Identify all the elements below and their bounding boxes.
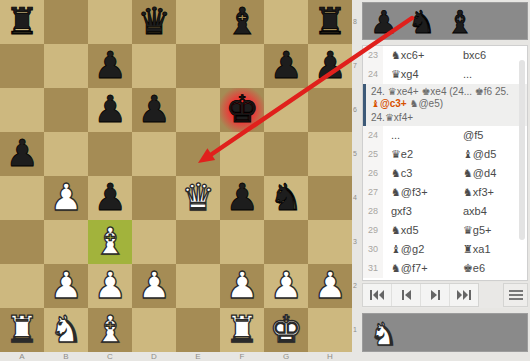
white-king[interactable]: ♚ <box>264 308 308 352</box>
rank-label-4: 4 <box>353 176 360 220</box>
square-a8[interactable]: ♜ <box>0 0 44 44</box>
rank-label-5: 5 <box>353 132 360 176</box>
white-move[interactable]: ♞xc6+ <box>383 46 455 65</box>
black-move[interactable]: bxc6 <box>455 46 527 65</box>
white-bishop[interactable]: ♝ <box>88 308 132 352</box>
square-h4[interactable] <box>308 176 352 220</box>
black-knight[interactable]: ♞ <box>264 176 308 220</box>
black-pawn[interactable]: ♟ <box>264 44 308 88</box>
square-d2[interactable]: ♟ <box>132 264 176 308</box>
file-label-H: H <box>308 352 352 361</box>
square-g5[interactable] <box>264 132 308 176</box>
black-pawn[interactable]: ♟ <box>132 88 176 132</box>
square-b6[interactable] <box>44 88 88 132</box>
square-h1[interactable] <box>308 308 352 352</box>
square-g1[interactable]: ♚ <box>264 308 308 352</box>
black-move[interactable]: ... <box>455 65 527 84</box>
white-pawn[interactable]: ♟ <box>264 264 308 308</box>
square-e8[interactable] <box>176 0 220 44</box>
square-g4[interactable]: ♞ <box>264 176 308 220</box>
white-pawn[interactable]: ♟ <box>88 264 132 308</box>
white-knight[interactable]: ♞ <box>44 308 88 352</box>
black-move[interactable]: ♚e6 <box>455 259 527 278</box>
black-move[interactable]: ♛g5+ <box>455 221 527 240</box>
square-a4[interactable] <box>0 176 44 220</box>
pocket-black-bishop[interactable]: ♝ <box>441 3 479 39</box>
black-queen[interactable]: ♛ <box>132 0 176 44</box>
variation-line-2[interactable]: 24.♛xf4+ <box>371 112 523 124</box>
square-g2[interactable]: ♟ <box>264 264 308 308</box>
square-d1[interactable] <box>132 308 176 352</box>
move-number: 25 <box>363 145 383 164</box>
square-h5[interactable] <box>308 132 352 176</box>
square-a5[interactable]: ♟ <box>0 132 44 176</box>
square-b3[interactable] <box>44 220 88 264</box>
square-f3[interactable] <box>220 220 264 264</box>
square-f2[interactable]: ♟ <box>220 264 264 308</box>
square-c1[interactable]: ♝ <box>88 308 132 352</box>
square-d7[interactable] <box>132 44 176 88</box>
square-b2[interactable]: ♟ <box>44 264 88 308</box>
move-row: 29♞xd5♛g5+ <box>363 221 527 240</box>
white-pawn[interactable]: ♟ <box>44 176 88 220</box>
variation-line-1[interactable]: 24. ♛xe4+ ♚xe4 (24... ♚f6 25. ♝@c3+ ♞@e5… <box>371 86 523 110</box>
previous-move-button[interactable] <box>392 284 421 306</box>
white-pocket: ♞ <box>362 313 528 352</box>
move-number: 29 <box>363 221 383 240</box>
white-move[interactable]: ♞@f7+ <box>383 259 455 278</box>
black-pawn[interactable]: ♟ <box>220 176 264 220</box>
move-row: 31♞@f7+♚e6 <box>363 259 527 278</box>
black-move[interactable]: axb4 <box>455 202 527 221</box>
square-f6[interactable]: ♚ <box>220 88 264 132</box>
move-number: 31 <box>363 259 383 278</box>
move-row: 27♞@f3+♞xf3+ <box>363 183 527 202</box>
black-pawn[interactable]: ♟ <box>0 132 44 176</box>
square-a3[interactable] <box>0 220 44 264</box>
move-number: 27 <box>363 183 383 202</box>
black-move[interactable]: ♝@d5 <box>455 145 527 164</box>
pocket-black-knight[interactable]: ♞ <box>403 3 441 39</box>
black-move[interactable]: ♞xf3+ <box>455 183 527 202</box>
square-b1[interactable]: ♞ <box>44 308 88 352</box>
black-rook[interactable]: ♜ <box>308 0 352 44</box>
move-number: 26 <box>363 164 383 183</box>
white-pawn[interactable]: ♟ <box>132 264 176 308</box>
white-move[interactable]: gxf3 <box>383 202 455 221</box>
square-e5[interactable] <box>176 132 220 176</box>
square-f8[interactable]: ♝ <box>220 0 264 44</box>
square-b5[interactable] <box>44 132 88 176</box>
square-c5[interactable] <box>88 132 132 176</box>
current-move: ♝@c3+ <box>371 98 407 109</box>
black-pawn[interactable]: ♟ <box>88 176 132 220</box>
file-label-D: D <box>132 352 176 361</box>
square-h2[interactable]: ♟ <box>308 264 352 308</box>
square-c2[interactable]: ♟ <box>88 264 132 308</box>
square-f4[interactable]: ♟ <box>220 176 264 220</box>
move-navigation-bar <box>362 282 528 308</box>
pocket-black-pawn[interactable]: ♟ <box>365 3 403 39</box>
black-pawn[interactable]: ♟ <box>88 88 132 132</box>
black-move[interactable]: ♞@d4 <box>455 164 527 183</box>
rank-label-1: 1 <box>353 308 360 352</box>
square-f1[interactable]: ♜ <box>220 308 264 352</box>
move-row: 30♝@g2♜xa1 <box>363 240 527 259</box>
move-list-scrollbar[interactable] <box>519 60 525 240</box>
square-e3[interactable] <box>176 220 220 264</box>
white-move[interactable]: ... <box>383 126 455 145</box>
square-g3[interactable] <box>264 220 308 264</box>
white-move[interactable]: ♛xg4 <box>383 65 455 84</box>
next-move-button[interactable] <box>421 284 450 306</box>
square-f7[interactable] <box>220 44 264 88</box>
pocket-white-knight[interactable]: ♞ <box>365 315 403 351</box>
square-d5[interactable] <box>132 132 176 176</box>
square-c8[interactable] <box>88 0 132 44</box>
black-pawn[interactable]: ♟ <box>88 44 132 88</box>
rank-label-3: 3 <box>353 220 360 264</box>
square-h8[interactable]: ♜ <box>308 0 352 44</box>
file-label-A: A <box>0 352 44 361</box>
white-move[interactable]: ♛e2 <box>383 145 455 164</box>
white-bishop[interactable]: ♝ <box>88 220 132 264</box>
white-move[interactable]: ♝@g2 <box>383 240 455 259</box>
move-row: 28gxf3axb4 <box>363 202 527 221</box>
square-e7[interactable] <box>176 44 220 88</box>
rank-label-7: 7 <box>353 44 360 88</box>
white-pawn[interactable]: ♟ <box>308 264 352 308</box>
black-move[interactable]: @f5 <box>455 126 527 145</box>
file-label-E: E <box>176 352 220 361</box>
white-rook[interactable]: ♜ <box>220 308 264 352</box>
first-move-button[interactable] <box>363 284 392 306</box>
black-rook[interactable]: ♜ <box>0 0 44 44</box>
move-number: 24 <box>363 126 383 145</box>
square-c7[interactable]: ♟ <box>88 44 132 88</box>
square-a2[interactable] <box>0 264 44 308</box>
file-label-G: G <box>264 352 308 361</box>
move-row: 23♞xc6+bxc6 <box>363 46 527 65</box>
square-d3[interactable] <box>132 220 176 264</box>
square-b4[interactable]: ♟ <box>44 176 88 220</box>
white-queen[interactable]: ♛ <box>176 176 220 220</box>
file-label-F: F <box>220 352 264 361</box>
rank-label-2: 2 <box>353 264 360 308</box>
white-pawn[interactable]: ♟ <box>44 264 88 308</box>
move-number: 28 <box>363 202 383 221</box>
move-row: 24...@f5 <box>363 126 527 145</box>
square-a1[interactable]: ♜ <box>0 308 44 352</box>
menu-button[interactable] <box>503 283 528 307</box>
square-e6[interactable] <box>176 88 220 132</box>
last-move-button[interactable] <box>450 284 478 306</box>
square-g7[interactable]: ♟ <box>264 44 308 88</box>
black-pawn[interactable]: ♟ <box>308 44 352 88</box>
white-pawn[interactable]: ♟ <box>220 264 264 308</box>
move-row: 25♛e2♝@d5 <box>363 145 527 164</box>
chess-board: ♜♛♝♜♟♟♟♟♟♚♟♟♟♛♟♞♝♟♟♟♟♟♟♜♞♝♜♚ <box>0 0 352 352</box>
square-d4[interactable] <box>132 176 176 220</box>
square-e1[interactable] <box>176 308 220 352</box>
square-c3[interactable]: ♝ <box>88 220 132 264</box>
variation-block[interactable]: 24. ♛xe4+ ♚xe4 (24... ♚f6 25. ♝@c3+ ♞@e5… <box>363 84 527 126</box>
square-g6[interactable] <box>264 88 308 132</box>
white-rook[interactable]: ♜ <box>0 308 44 352</box>
white-move[interactable]: ♞c3 <box>383 164 455 183</box>
square-e4[interactable]: ♛ <box>176 176 220 220</box>
rank-label-8: 8 <box>353 0 360 44</box>
square-c4[interactable]: ♟ <box>88 176 132 220</box>
square-a6[interactable] <box>0 88 44 132</box>
file-label-C: C <box>88 352 132 361</box>
move-row: 26♞c3♞@d4 <box>363 164 527 183</box>
move-number: 23 <box>363 46 383 65</box>
black-pocket: ♟♞♝ <box>362 2 528 40</box>
square-d8[interactable]: ♛ <box>132 0 176 44</box>
square-h6[interactable] <box>308 88 352 132</box>
file-label-B: B <box>44 352 88 361</box>
square-e2[interactable] <box>176 264 220 308</box>
square-g8[interactable] <box>264 0 308 44</box>
black-move[interactable]: ♜xa1 <box>455 240 527 259</box>
square-b7[interactable] <box>44 44 88 88</box>
white-move[interactable]: ♞xd5 <box>383 221 455 240</box>
move-number: 24 <box>363 65 383 84</box>
square-d6[interactable]: ♟ <box>132 88 176 132</box>
square-c6[interactable]: ♟ <box>88 88 132 132</box>
square-a7[interactable] <box>0 44 44 88</box>
square-h7[interactable]: ♟ <box>308 44 352 88</box>
white-move[interactable]: ♞@f3+ <box>383 183 455 202</box>
move-row: 24♛xg4... <box>363 65 527 84</box>
move-list: 23♞xc6+bxc624♛xg4... 24. ♛xe4+ ♚xe4 (24.… <box>362 45 528 281</box>
black-bishop[interactable]: ♝ <box>220 0 264 44</box>
move-number: 30 <box>363 240 383 259</box>
square-h3[interactable] <box>308 220 352 264</box>
square-f5[interactable] <box>220 132 264 176</box>
crazyhouse-analysis-app: ♜♛♝♜♟♟♟♟♟♚♟♟♟♛♟♞♝♟♟♟♟♟♟♜♞♝♜♚ 87654321ABC… <box>0 0 530 361</box>
black-king[interactable]: ♚ <box>220 88 264 132</box>
rank-label-6: 6 <box>353 88 360 132</box>
square-b8[interactable] <box>44 0 88 44</box>
